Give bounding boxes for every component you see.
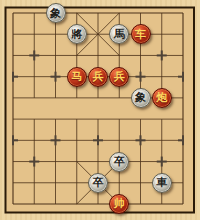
piece-black-general[interactable]: 將	[67, 24, 87, 44]
piece-black-soldier[interactable]: 卒	[88, 173, 108, 193]
piece-red-cannon[interactable]: 炮	[152, 88, 172, 108]
piece-black-soldier[interactable]: 卒	[109, 152, 129, 172]
piece-black-chariot[interactable]: 車	[152, 173, 172, 193]
piece-black-elephant[interactable]: 象	[46, 3, 66, 23]
piece-red-general[interactable]: 帅	[109, 194, 129, 214]
xiangqi-board: 象將馬车马兵兵象炮卒卒車帅	[0, 0, 200, 220]
piece-layer: 象將馬车马兵兵象炮卒卒車帅	[2, 2, 193, 214]
piece-red-horse[interactable]: 马	[67, 67, 87, 87]
piece-red-soldier[interactable]: 兵	[88, 67, 108, 87]
piece-black-elephant[interactable]: 象	[131, 88, 151, 108]
piece-red-soldier[interactable]: 兵	[109, 67, 129, 87]
piece-black-horse[interactable]: 馬	[109, 24, 129, 44]
piece-red-chariot[interactable]: 车	[131, 24, 151, 44]
